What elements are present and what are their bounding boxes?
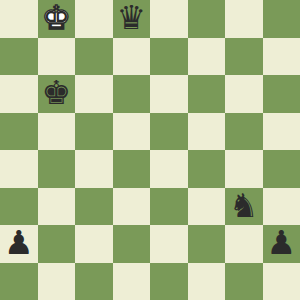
square-d5[interactable] (113, 113, 151, 151)
square-b4[interactable] (38, 150, 76, 188)
square-g6[interactable] (225, 75, 263, 113)
square-e8[interactable] (150, 0, 188, 38)
square-h2[interactable]: ♟ (263, 225, 301, 263)
square-e5[interactable] (150, 113, 188, 151)
square-g4[interactable] (225, 150, 263, 188)
square-e4[interactable] (150, 150, 188, 188)
square-b5[interactable] (38, 113, 76, 151)
square-d8[interactable]: ♛ (113, 0, 151, 38)
square-g7[interactable] (225, 38, 263, 76)
square-f4[interactable] (188, 150, 226, 188)
square-c7[interactable] (75, 38, 113, 76)
square-b1[interactable] (38, 263, 76, 300)
square-c5[interactable] (75, 113, 113, 151)
square-d6[interactable] (113, 75, 151, 113)
square-c1[interactable] (75, 263, 113, 300)
chess-board: ♚♛♚♞♟♟ (0, 0, 300, 300)
square-a8[interactable] (0, 0, 38, 38)
square-a6[interactable] (0, 75, 38, 113)
square-g2[interactable] (225, 225, 263, 263)
square-f7[interactable] (188, 38, 226, 76)
piece-black-queen[interactable]: ♛ (116, 1, 146, 34)
square-g5[interactable] (225, 113, 263, 151)
square-h1[interactable] (263, 263, 301, 300)
square-f1[interactable] (188, 263, 226, 300)
square-a2[interactable]: ♟ (0, 225, 38, 263)
square-g8[interactable] (225, 0, 263, 38)
square-b6[interactable]: ♚ (38, 75, 76, 113)
square-f2[interactable] (188, 225, 226, 263)
square-e1[interactable] (150, 263, 188, 300)
square-c2[interactable] (75, 225, 113, 263)
square-b7[interactable] (38, 38, 76, 76)
square-d1[interactable] (113, 263, 151, 300)
square-c4[interactable] (75, 150, 113, 188)
square-h3[interactable] (263, 188, 301, 226)
square-b2[interactable] (38, 225, 76, 263)
square-d2[interactable] (113, 225, 151, 263)
square-f5[interactable] (188, 113, 226, 151)
square-h7[interactable] (263, 38, 301, 76)
square-c6[interactable] (75, 75, 113, 113)
piece-black-pawn[interactable]: ♟ (4, 226, 34, 259)
square-d4[interactable] (113, 150, 151, 188)
piece-white-king[interactable]: ♚ (41, 1, 71, 34)
square-f3[interactable] (188, 188, 226, 226)
square-b8[interactable]: ♚ (38, 0, 76, 38)
square-e6[interactable] (150, 75, 188, 113)
square-b3[interactable] (38, 188, 76, 226)
square-h6[interactable] (263, 75, 301, 113)
square-a7[interactable] (0, 38, 38, 76)
piece-black-king[interactable]: ♚ (41, 76, 71, 109)
square-f6[interactable] (188, 75, 226, 113)
square-h4[interactable] (263, 150, 301, 188)
square-f8[interactable] (188, 0, 226, 38)
square-d3[interactable] (113, 188, 151, 226)
square-g3[interactable]: ♞ (225, 188, 263, 226)
square-e7[interactable] (150, 38, 188, 76)
square-c3[interactable] (75, 188, 113, 226)
square-a3[interactable] (0, 188, 38, 226)
square-e3[interactable] (150, 188, 188, 226)
square-a5[interactable] (0, 113, 38, 151)
square-d7[interactable] (113, 38, 151, 76)
square-h8[interactable] (263, 0, 301, 38)
square-h5[interactable] (263, 113, 301, 151)
square-a4[interactable] (0, 150, 38, 188)
square-g1[interactable] (225, 263, 263, 300)
square-c8[interactable] (75, 0, 113, 38)
piece-black-pawn[interactable]: ♟ (266, 226, 296, 259)
square-e2[interactable] (150, 225, 188, 263)
square-a1[interactable] (0, 263, 38, 300)
piece-black-knight[interactable]: ♞ (229, 189, 259, 222)
